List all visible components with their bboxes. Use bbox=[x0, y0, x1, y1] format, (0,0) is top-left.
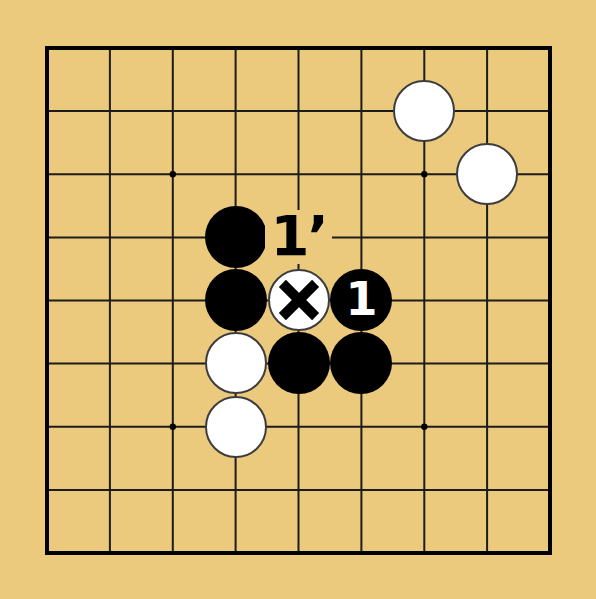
board-point-6-7[interactable] bbox=[393, 458, 456, 521]
board-point-6-3[interactable] bbox=[393, 206, 456, 269]
board-point-2-1[interactable] bbox=[141, 80, 204, 143]
board-point-2-4[interactable] bbox=[141, 269, 204, 332]
board-point-8-1[interactable] bbox=[519, 80, 582, 143]
board-point-1-4[interactable] bbox=[78, 269, 141, 332]
board-point-8-0[interactable] bbox=[519, 16, 582, 79]
board-point-6-8[interactable] bbox=[393, 521, 456, 584]
board-point-6-4[interactable] bbox=[393, 269, 456, 332]
board-point-3-1[interactable] bbox=[204, 80, 267, 143]
go-diagram: 1’1 bbox=[0, 0, 596, 599]
board-point-2-5[interactable] bbox=[141, 332, 204, 395]
board-point-4-1[interactable] bbox=[267, 80, 330, 143]
board-point-5-4[interactable]: 1 bbox=[330, 269, 393, 332]
board-point-2-3[interactable] bbox=[141, 206, 204, 269]
board-point-3-3[interactable] bbox=[204, 206, 267, 269]
board-point-6-2[interactable] bbox=[393, 143, 456, 206]
board-point-5-8[interactable] bbox=[330, 521, 393, 584]
board-point-8-3[interactable] bbox=[519, 206, 582, 269]
board-point-3-2[interactable] bbox=[204, 143, 267, 206]
board-point-8-5[interactable] bbox=[519, 332, 582, 395]
board-point-5-2[interactable] bbox=[330, 143, 393, 206]
board-point-7-0[interactable] bbox=[456, 16, 519, 79]
board-point-1-2[interactable] bbox=[78, 143, 141, 206]
board-point-3-4[interactable] bbox=[204, 269, 267, 332]
cross-mark-icon bbox=[281, 282, 317, 318]
black-stone bbox=[268, 332, 330, 394]
board-point-5-1[interactable] bbox=[330, 80, 393, 143]
board-point-4-6[interactable] bbox=[267, 395, 330, 458]
board-point-3-6[interactable] bbox=[204, 395, 267, 458]
board-point-4-0[interactable] bbox=[267, 16, 330, 79]
board-point-7-7[interactable] bbox=[456, 458, 519, 521]
white-stone bbox=[393, 80, 455, 142]
point-label: 1’ bbox=[265, 210, 331, 264]
move-number: 1 bbox=[345, 276, 377, 325]
board-point-6-6[interactable] bbox=[393, 395, 456, 458]
board-point-3-8[interactable] bbox=[204, 521, 267, 584]
board-point-4-3[interactable]: 1’ bbox=[267, 206, 330, 269]
board-point-7-1[interactable] bbox=[456, 80, 519, 143]
board-point-7-2[interactable] bbox=[456, 143, 519, 206]
board-point-5-6[interactable] bbox=[330, 395, 393, 458]
board-point-5-0[interactable] bbox=[330, 16, 393, 79]
board-point-0-3[interactable] bbox=[16, 206, 79, 269]
white-stone bbox=[205, 396, 267, 458]
board-point-8-4[interactable] bbox=[519, 269, 582, 332]
board-point-1-7[interactable] bbox=[78, 458, 141, 521]
board-point-5-7[interactable] bbox=[330, 458, 393, 521]
black-stone bbox=[330, 332, 392, 394]
board-point-4-8[interactable] bbox=[267, 521, 330, 584]
white-stone bbox=[268, 269, 330, 331]
board-point-7-8[interactable] bbox=[456, 521, 519, 584]
board-point-0-0[interactable] bbox=[16, 16, 79, 79]
board-point-2-0[interactable] bbox=[141, 16, 204, 79]
board-point-4-2[interactable] bbox=[267, 143, 330, 206]
board-point-1-8[interactable] bbox=[78, 521, 141, 584]
white-stone bbox=[205, 332, 267, 394]
board-point-7-6[interactable] bbox=[456, 395, 519, 458]
board-point-5-5[interactable] bbox=[330, 332, 393, 395]
board-point-8-2[interactable] bbox=[519, 143, 582, 206]
board-point-1-1[interactable] bbox=[78, 80, 141, 143]
board-point-2-2[interactable] bbox=[141, 143, 204, 206]
board-point-0-1[interactable] bbox=[16, 80, 79, 143]
board-point-8-8[interactable] bbox=[519, 521, 582, 584]
board-point-1-3[interactable] bbox=[78, 206, 141, 269]
board-point-2-8[interactable] bbox=[141, 521, 204, 584]
board-point-1-0[interactable] bbox=[78, 16, 141, 79]
board-point-4-5[interactable] bbox=[267, 332, 330, 395]
board-point-2-6[interactable] bbox=[141, 395, 204, 458]
board-point-0-7[interactable] bbox=[16, 458, 79, 521]
board-point-4-7[interactable] bbox=[267, 458, 330, 521]
board-point-8-7[interactable] bbox=[519, 458, 582, 521]
board-point-3-7[interactable] bbox=[204, 458, 267, 521]
board-point-7-5[interactable] bbox=[456, 332, 519, 395]
board-point-0-8[interactable] bbox=[16, 521, 79, 584]
board-point-5-3[interactable] bbox=[330, 206, 393, 269]
black-stone bbox=[205, 269, 267, 331]
board-point-7-4[interactable] bbox=[456, 269, 519, 332]
board-point-3-5[interactable] bbox=[204, 332, 267, 395]
board-point-6-5[interactable] bbox=[393, 332, 456, 395]
board-point-0-5[interactable] bbox=[16, 332, 79, 395]
board-point-7-3[interactable] bbox=[456, 206, 519, 269]
black-stone: 1 bbox=[330, 269, 392, 331]
board-point-0-6[interactable] bbox=[16, 395, 79, 458]
board-point-4-4[interactable] bbox=[267, 269, 330, 332]
board-point-0-2[interactable] bbox=[16, 143, 79, 206]
black-stone bbox=[205, 206, 267, 268]
board-point-6-0[interactable] bbox=[393, 16, 456, 79]
board-point-0-4[interactable] bbox=[16, 269, 79, 332]
board-point-1-5[interactable] bbox=[78, 332, 141, 395]
board-point-1-6[interactable] bbox=[78, 395, 141, 458]
board-point-2-7[interactable] bbox=[141, 458, 204, 521]
white-stone bbox=[456, 143, 518, 205]
board-point-6-1[interactable] bbox=[393, 80, 456, 143]
go-board: 1’1 bbox=[16, 16, 582, 584]
board-point-8-6[interactable] bbox=[519, 395, 582, 458]
board-point-3-0[interactable] bbox=[204, 16, 267, 79]
